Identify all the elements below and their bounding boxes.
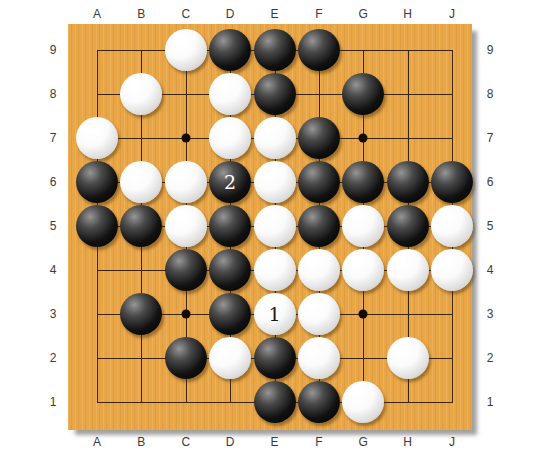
coord-label-top-A: A — [93, 7, 101, 21]
white-stone-C9[interactable] — [165, 29, 207, 71]
black-stone-G8[interactable] — [342, 73, 384, 115]
black-stone-C2[interactable] — [165, 337, 207, 379]
white-stone-E7[interactable] — [254, 117, 296, 159]
black-stone-G6[interactable] — [342, 161, 384, 203]
coord-label-left-6: 6 — [50, 175, 57, 189]
coord-label-right-2: 2 — [487, 351, 494, 365]
star-point-G3 — [359, 310, 368, 319]
coord-label-bottom-J: J — [449, 435, 455, 449]
black-stone-D4[interactable] — [209, 249, 251, 291]
black-stone-F7[interactable] — [298, 117, 340, 159]
coord-label-bottom-F: F — [315, 435, 322, 449]
white-stone-G4[interactable] — [342, 249, 384, 291]
coord-label-top-F: F — [315, 7, 322, 21]
white-stone-D8[interactable] — [209, 73, 251, 115]
go-diagram-page: 21 AABBCCDDEEFFGGHHJJ998877665544332211 — [0, 0, 550, 458]
coord-label-top-C: C — [181, 7, 190, 21]
white-stone-A7[interactable] — [76, 117, 118, 159]
black-stone-E9[interactable] — [254, 29, 296, 71]
white-stone-D2[interactable] — [209, 337, 251, 379]
coord-label-right-9: 9 — [487, 43, 494, 57]
coord-label-top-D: D — [226, 7, 235, 21]
coord-label-left-5: 5 — [50, 219, 57, 233]
star-point-G7 — [359, 134, 368, 143]
black-stone-J6[interactable] — [431, 161, 473, 203]
star-point-C3 — [181, 310, 190, 319]
coord-label-right-5: 5 — [487, 219, 494, 233]
coord-label-top-G: G — [359, 7, 368, 21]
white-stone-J5[interactable] — [431, 205, 473, 247]
white-stone-E6[interactable] — [254, 161, 296, 203]
white-stone-B6[interactable] — [120, 161, 162, 203]
coord-label-right-7: 7 — [487, 131, 494, 145]
white-stone-J4[interactable] — [431, 249, 473, 291]
coord-label-right-6: 6 — [487, 175, 494, 189]
coord-label-top-H: H — [403, 7, 412, 21]
black-stone-C4[interactable] — [165, 249, 207, 291]
black-stone-D9[interactable] — [209, 29, 251, 71]
black-stone-A6[interactable] — [76, 161, 118, 203]
white-stone-C5[interactable] — [165, 205, 207, 247]
go-board[interactable]: 21 — [68, 24, 472, 430]
coord-label-left-4: 4 — [50, 263, 57, 277]
coord-label-right-3: 3 — [487, 307, 494, 321]
coord-label-top-E: E — [270, 7, 278, 21]
white-stone-E3[interactable]: 1 — [254, 293, 296, 335]
coord-label-bottom-H: H — [403, 435, 412, 449]
white-stone-H2[interactable] — [387, 337, 429, 379]
coord-label-right-1: 1 — [487, 395, 494, 409]
move-number-2: 2 — [224, 173, 236, 192]
white-stone-F3[interactable] — [298, 293, 340, 335]
white-stone-H4[interactable] — [387, 249, 429, 291]
coord-label-left-1: 1 — [50, 395, 57, 409]
black-stone-H6[interactable] — [387, 161, 429, 203]
white-stone-F4[interactable] — [298, 249, 340, 291]
move-number-1: 1 — [268, 305, 280, 324]
white-stone-G1[interactable] — [342, 381, 384, 423]
coord-label-top-J: J — [449, 7, 455, 21]
black-stone-D6[interactable]: 2 — [209, 161, 251, 203]
black-stone-D3[interactable] — [209, 293, 251, 335]
coord-label-bottom-G: G — [359, 435, 368, 449]
black-stone-E8[interactable] — [254, 73, 296, 115]
coord-label-bottom-E: E — [270, 435, 278, 449]
black-stone-A5[interactable] — [76, 205, 118, 247]
white-stone-F2[interactable] — [298, 337, 340, 379]
white-stone-D7[interactable] — [209, 117, 251, 159]
coord-label-bottom-A: A — [93, 435, 101, 449]
coord-label-bottom-D: D — [226, 435, 235, 449]
black-stone-B5[interactable] — [120, 205, 162, 247]
coord-label-right-8: 8 — [487, 87, 494, 101]
black-stone-F9[interactable] — [298, 29, 340, 71]
coord-label-left-2: 2 — [50, 351, 57, 365]
white-stone-C6[interactable] — [165, 161, 207, 203]
coord-label-top-B: B — [137, 7, 145, 21]
coord-label-left-8: 8 — [50, 87, 57, 101]
black-stone-F5[interactable] — [298, 205, 340, 247]
star-point-C7 — [181, 134, 190, 143]
coord-label-left-7: 7 — [50, 131, 57, 145]
black-stone-B3[interactable] — [120, 293, 162, 335]
coord-label-left-9: 9 — [50, 43, 57, 57]
coord-label-bottom-C: C — [181, 435, 190, 449]
coord-label-right-4: 4 — [487, 263, 494, 277]
coord-label-bottom-B: B — [137, 435, 145, 449]
black-stone-F1[interactable] — [298, 381, 340, 423]
white-stone-G5[interactable] — [342, 205, 384, 247]
white-stone-E5[interactable] — [254, 205, 296, 247]
black-stone-E1[interactable] — [254, 381, 296, 423]
white-stone-B8[interactable] — [120, 73, 162, 115]
white-stone-E4[interactable] — [254, 249, 296, 291]
coord-label-left-3: 3 — [50, 307, 57, 321]
black-stone-D5[interactable] — [209, 205, 251, 247]
black-stone-F6[interactable] — [298, 161, 340, 203]
black-stone-E2[interactable] — [254, 337, 296, 379]
black-stone-H5[interactable] — [387, 205, 429, 247]
